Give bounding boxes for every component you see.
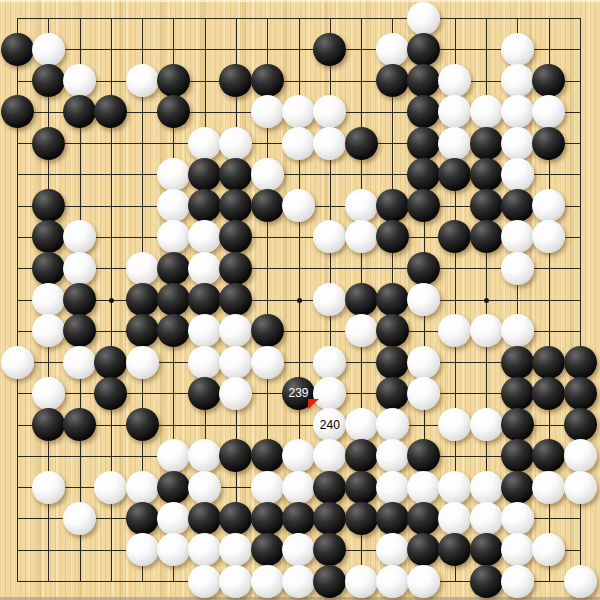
- black-stone[interactable]: [407, 439, 440, 472]
- black-stone[interactable]: [126, 314, 159, 347]
- black-stone[interactable]: [188, 377, 221, 410]
- white-stone[interactable]: [345, 220, 378, 253]
- white-stone[interactable]: [157, 158, 190, 191]
- black-stone[interactable]: [219, 189, 252, 222]
- black-stone[interactable]: [345, 283, 378, 316]
- black-stone[interactable]: [32, 220, 65, 253]
- white-stone[interactable]: [438, 64, 471, 97]
- white-stone[interactable]: [32, 471, 65, 504]
- black-stone[interactable]: [63, 408, 96, 441]
- white-stone[interactable]: [532, 533, 565, 566]
- black-stone[interactable]: [32, 127, 65, 160]
- black-stone[interactable]: [376, 64, 409, 97]
- white-stone[interactable]: [501, 64, 534, 97]
- white-stone[interactable]: [251, 95, 284, 128]
- white-stone[interactable]: [313, 220, 346, 253]
- black-stone[interactable]: [564, 346, 597, 379]
- white-stone[interactable]: [564, 439, 597, 472]
- black-stone[interactable]: [219, 502, 252, 535]
- white-stone[interactable]: [32, 377, 65, 410]
- black-stone[interactable]: [407, 533, 440, 566]
- white-stone[interactable]: [219, 314, 252, 347]
- white-stone[interactable]: [282, 95, 315, 128]
- black-stone[interactable]: [313, 502, 346, 535]
- white-stone[interactable]: [345, 408, 378, 441]
- star-point: [109, 298, 114, 303]
- black-stone[interactable]: [407, 158, 440, 191]
- white-stone[interactable]: [470, 314, 503, 347]
- white-stone[interactable]: 240: [313, 408, 346, 441]
- white-stone[interactable]: [501, 220, 534, 253]
- black-stone[interactable]: [438, 220, 471, 253]
- white-stone[interactable]: [470, 95, 503, 128]
- black-stone[interactable]: [501, 439, 534, 472]
- black-stone[interactable]: [126, 283, 159, 316]
- black-stone[interactable]: [376, 283, 409, 316]
- black-stone[interactable]: [157, 64, 190, 97]
- white-stone[interactable]: [188, 252, 221, 285]
- white-stone[interactable]: [438, 314, 471, 347]
- white-stone[interactable]: [1, 346, 34, 379]
- white-stone[interactable]: [219, 127, 252, 160]
- white-stone[interactable]: [157, 220, 190, 253]
- black-stone[interactable]: [251, 189, 284, 222]
- black-stone[interactable]: [219, 439, 252, 472]
- star-point: [484, 298, 489, 303]
- black-stone[interactable]: [345, 127, 378, 160]
- black-stone[interactable]: [32, 252, 65, 285]
- black-stone[interactable]: [501, 346, 534, 379]
- black-stone[interactable]: [157, 471, 190, 504]
- white-stone[interactable]: [282, 189, 315, 222]
- black-stone[interactable]: [501, 471, 534, 504]
- white-stone[interactable]: [219, 377, 252, 410]
- black-stone[interactable]: [251, 502, 284, 535]
- white-stone[interactable]: [282, 439, 315, 472]
- black-stone[interactable]: [345, 502, 378, 535]
- white-stone[interactable]: [313, 95, 346, 128]
- white-stone[interactable]: [501, 252, 534, 285]
- black-stone[interactable]: [376, 502, 409, 535]
- black-stone[interactable]: [564, 377, 597, 410]
- white-stone[interactable]: [376, 565, 409, 598]
- white-stone[interactable]: [188, 533, 221, 566]
- white-stone[interactable]: [282, 533, 315, 566]
- black-stone[interactable]: [470, 189, 503, 222]
- black-stone[interactable]: [470, 127, 503, 160]
- white-stone[interactable]: [157, 502, 190, 535]
- black-stone[interactable]: [188, 283, 221, 316]
- black-stone[interactable]: [282, 502, 315, 535]
- black-stone[interactable]: [376, 220, 409, 253]
- black-stone[interactable]: [219, 283, 252, 316]
- move-number-label: 240: [320, 419, 340, 431]
- black-stone[interactable]: [376, 377, 409, 410]
- white-stone[interactable]: [407, 283, 440, 316]
- white-stone[interactable]: [345, 565, 378, 598]
- black-stone[interactable]: [532, 439, 565, 472]
- white-stone[interactable]: [501, 314, 534, 347]
- black-stone[interactable]: [438, 158, 471, 191]
- white-stone[interactable]: [532, 95, 565, 128]
- white-stone[interactable]: [251, 471, 284, 504]
- black-stone[interactable]: [470, 533, 503, 566]
- white-stone[interactable]: [501, 502, 534, 535]
- black-stone[interactable]: [188, 502, 221, 535]
- white-stone[interactable]: [345, 189, 378, 222]
- black-stone[interactable]: [345, 439, 378, 472]
- black-stone[interactable]: [438, 533, 471, 566]
- black-stone[interactable]: [564, 408, 597, 441]
- black-stone[interactable]: [470, 158, 503, 191]
- white-stone[interactable]: [188, 439, 221, 472]
- black-stone[interactable]: [407, 189, 440, 222]
- black-stone[interactable]: [407, 95, 440, 128]
- white-stone[interactable]: [532, 220, 565, 253]
- board-top-edge-highlight: [0, 0, 600, 2]
- white-stone[interactable]: [157, 533, 190, 566]
- black-stone[interactable]: [376, 314, 409, 347]
- white-stone[interactable]: [407, 2, 440, 35]
- black-stone[interactable]: [188, 189, 221, 222]
- white-stone[interactable]: [532, 471, 565, 504]
- white-stone[interactable]: [157, 189, 190, 222]
- black-stone[interactable]: [407, 127, 440, 160]
- black-stone[interactable]: [376, 189, 409, 222]
- black-stone[interactable]: [313, 33, 346, 66]
- white-stone[interactable]: [313, 127, 346, 160]
- white-stone[interactable]: [157, 439, 190, 472]
- screenshot-root: 239240: [0, 0, 600, 600]
- black-stone[interactable]: [32, 408, 65, 441]
- black-stone[interactable]: [63, 314, 96, 347]
- black-stone[interactable]: [32, 189, 65, 222]
- white-stone[interactable]: [188, 220, 221, 253]
- black-stone[interactable]: [157, 252, 190, 285]
- white-stone[interactable]: [438, 471, 471, 504]
- white-stone[interactable]: [219, 565, 252, 598]
- black-stone[interactable]: [532, 64, 565, 97]
- black-stone[interactable]: [470, 565, 503, 598]
- white-stone[interactable]: [470, 502, 503, 535]
- last-move-red-triangle-marker: [308, 399, 319, 409]
- white-stone[interactable]: [126, 346, 159, 379]
- white-stone[interactable]: [188, 565, 221, 598]
- black-stone[interactable]: [251, 64, 284, 97]
- white-stone[interactable]: [188, 314, 221, 347]
- black-stone[interactable]: [94, 377, 127, 410]
- black-stone[interactable]: [532, 127, 565, 160]
- white-stone[interactable]: [376, 439, 409, 472]
- white-stone[interactable]: [219, 346, 252, 379]
- white-stone[interactable]: [345, 314, 378, 347]
- black-stone[interactable]: [407, 252, 440, 285]
- black-stone[interactable]: [251, 439, 284, 472]
- white-stone[interactable]: [126, 533, 159, 566]
- black-stone[interactable]: [501, 408, 534, 441]
- black-stone[interactable]: [1, 33, 34, 66]
- white-stone[interactable]: [313, 439, 346, 472]
- black-stone[interactable]: [313, 565, 346, 598]
- black-stone[interactable]: [501, 189, 534, 222]
- white-stone[interactable]: [282, 471, 315, 504]
- white-stone[interactable]: [470, 408, 503, 441]
- white-stone[interactable]: [438, 127, 471, 160]
- white-stone[interactable]: [282, 127, 315, 160]
- white-stone[interactable]: [219, 533, 252, 566]
- black-stone[interactable]: [126, 502, 159, 535]
- white-stone[interactable]: [376, 471, 409, 504]
- black-stone[interactable]: [407, 64, 440, 97]
- white-stone[interactable]: [251, 565, 284, 598]
- black-stone[interactable]: [219, 64, 252, 97]
- white-stone[interactable]: [407, 346, 440, 379]
- black-stone[interactable]: [63, 95, 96, 128]
- black-stone[interactable]: [126, 408, 159, 441]
- white-stone[interactable]: [313, 283, 346, 316]
- white-stone[interactable]: [407, 471, 440, 504]
- black-stone[interactable]: [157, 95, 190, 128]
- star-point: [297, 298, 302, 303]
- white-stone[interactable]: [251, 346, 284, 379]
- white-stone[interactable]: [438, 95, 471, 128]
- black-stone[interactable]: [376, 346, 409, 379]
- black-stone[interactable]: [532, 346, 565, 379]
- black-stone[interactable]: [219, 220, 252, 253]
- black-stone[interactable]: [157, 283, 190, 316]
- black-stone[interactable]: [407, 33, 440, 66]
- white-stone[interactable]: [501, 127, 534, 160]
- white-stone[interactable]: [94, 471, 127, 504]
- white-stone[interactable]: [63, 220, 96, 253]
- white-stone[interactable]: [407, 377, 440, 410]
- white-stone[interactable]: [32, 314, 65, 347]
- black-stone[interactable]: [94, 95, 127, 128]
- black-stone[interactable]: [32, 64, 65, 97]
- white-stone[interactable]: [501, 533, 534, 566]
- white-stone[interactable]: [63, 64, 96, 97]
- white-stone[interactable]: [313, 346, 346, 379]
- white-stone[interactable]: [126, 252, 159, 285]
- white-stone[interactable]: [63, 346, 96, 379]
- white-stone[interactable]: [32, 33, 65, 66]
- white-stone[interactable]: [532, 189, 565, 222]
- white-stone[interactable]: [32, 283, 65, 316]
- white-stone[interactable]: [188, 471, 221, 504]
- go-board[interactable]: 239240: [0, 0, 600, 600]
- black-stone[interactable]: [313, 471, 346, 504]
- white-stone[interactable]: [188, 346, 221, 379]
- black-stone[interactable]: [63, 283, 96, 316]
- white-stone[interactable]: [501, 565, 534, 598]
- white-stone[interactable]: [63, 252, 96, 285]
- white-stone[interactable]: [376, 33, 409, 66]
- white-stone[interactable]: [63, 502, 96, 535]
- black-stone[interactable]: [157, 314, 190, 347]
- black-stone[interactable]: [251, 314, 284, 347]
- black-stone[interactable]: [313, 533, 346, 566]
- white-stone[interactable]: [501, 95, 534, 128]
- white-stone[interactable]: [376, 408, 409, 441]
- white-stone[interactable]: [470, 471, 503, 504]
- black-stone[interactable]: [219, 252, 252, 285]
- white-stone[interactable]: [564, 471, 597, 504]
- black-stone[interactable]: [219, 158, 252, 191]
- white-stone[interactable]: [126, 471, 159, 504]
- white-stone[interactable]: [564, 565, 597, 598]
- white-stone[interactable]: [438, 408, 471, 441]
- black-stone[interactable]: [94, 346, 127, 379]
- black-stone[interactable]: [251, 533, 284, 566]
- white-stone[interactable]: [407, 565, 440, 598]
- white-stone[interactable]: [438, 502, 471, 535]
- white-stone[interactable]: [501, 33, 534, 66]
- white-stone[interactable]: [376, 533, 409, 566]
- white-stone[interactable]: [501, 158, 534, 191]
- black-stone[interactable]: [1, 95, 34, 128]
- black-stone[interactable]: [345, 471, 378, 504]
- black-stone[interactable]: [407, 502, 440, 535]
- black-stone[interactable]: [532, 377, 565, 410]
- move-number-label: 239: [289, 387, 309, 399]
- white-stone[interactable]: [126, 64, 159, 97]
- black-stone[interactable]: [470, 220, 503, 253]
- white-stone[interactable]: [251, 158, 284, 191]
- white-stone[interactable]: [188, 127, 221, 160]
- black-stone[interactable]: [188, 158, 221, 191]
- white-stone[interactable]: [282, 565, 315, 598]
- black-stone[interactable]: [501, 377, 534, 410]
